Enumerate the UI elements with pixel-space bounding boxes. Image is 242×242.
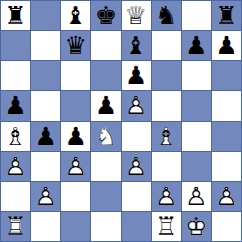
square-a2[interactable] <box>1 182 30 211</box>
piece-black-bishop: ♝ <box>122 31 151 60</box>
piece-white-pawn-fill: ♟ <box>122 91 151 120</box>
square-d7[interactable] <box>91 31 120 60</box>
piece-white-queen-fill: ♛ <box>122 1 151 30</box>
piece-white-pawn: ♙ <box>122 91 151 120</box>
piece-white-pawn-fill: ♟ <box>1 152 30 181</box>
piece-white-pawn: ♙ <box>152 182 181 211</box>
piece-white-pawn: ♙ <box>61 152 90 181</box>
piece-white-queen: ♕ <box>122 1 151 30</box>
square-a3[interactable]: ♟♙ <box>1 152 30 181</box>
square-b8[interactable] <box>31 1 60 30</box>
piece-white-pawn-fill: ♟ <box>212 182 241 211</box>
square-d8[interactable]: ♚ <box>91 1 120 30</box>
piece-black-king: ♚ <box>91 1 120 30</box>
piece-black-pawn: ♟ <box>91 91 120 120</box>
piece-white-rook-fill: ♜ <box>1 212 30 241</box>
piece-black-rook: ♜ <box>1 1 30 30</box>
square-d6[interactable] <box>91 61 120 90</box>
square-b1[interactable] <box>31 212 60 241</box>
square-h6[interactable] <box>212 61 241 90</box>
square-f1[interactable]: ♜♖ <box>152 212 181 241</box>
square-c8[interactable]: ♝ <box>61 1 90 30</box>
piece-black-queen: ♛ <box>61 31 90 60</box>
square-e1[interactable] <box>122 212 151 241</box>
square-b6[interactable] <box>31 61 60 90</box>
piece-white-pawn: ♙ <box>31 182 60 211</box>
square-c2[interactable] <box>61 182 90 211</box>
square-e4[interactable] <box>122 122 151 151</box>
board-container: ♜♝♚♛♕♞♜♛♝♟♟♟♟♟♟♙♝♗♟♟♞♘♝♗♟♙♟♙♟♙♟♙♟♙♟♙♟♙♜♖… <box>0 0 242 242</box>
piece-white-pawn: ♙ <box>212 182 241 211</box>
piece-white-pawn-fill: ♟ <box>31 182 60 211</box>
square-g8[interactable] <box>182 1 211 30</box>
square-h3[interactable] <box>212 152 241 181</box>
square-c7[interactable]: ♛ <box>61 31 90 60</box>
square-c5[interactable] <box>61 91 90 120</box>
piece-black-pawn: ♟ <box>212 31 241 60</box>
square-b5[interactable] <box>31 91 60 120</box>
piece-white-bishop-fill: ♝ <box>152 122 181 151</box>
square-f2[interactable]: ♟♙ <box>152 182 181 211</box>
square-c3[interactable]: ♟♙ <box>61 152 90 181</box>
square-h8[interactable]: ♜ <box>212 1 241 30</box>
piece-white-pawn: ♙ <box>122 152 151 181</box>
square-c4[interactable]: ♟ <box>61 122 90 151</box>
square-a4[interactable]: ♝♗ <box>1 122 30 151</box>
square-a5[interactable]: ♟ <box>1 91 30 120</box>
piece-white-bishop: ♗ <box>1 122 30 151</box>
chess-board: ♜♝♚♛♕♞♜♛♝♟♟♟♟♟♟♙♝♗♟♟♞♘♝♗♟♙♟♙♟♙♟♙♟♙♟♙♟♙♜♖… <box>0 0 242 242</box>
square-g7[interactable]: ♟ <box>182 31 211 60</box>
square-e6[interactable]: ♟ <box>122 61 151 90</box>
piece-white-king-fill: ♚ <box>182 212 211 241</box>
piece-white-pawn-fill: ♟ <box>182 182 211 211</box>
square-e8[interactable]: ♛♕ <box>122 1 151 30</box>
piece-white-pawn-fill: ♟ <box>61 152 90 181</box>
square-a1[interactable]: ♜♖ <box>1 212 30 241</box>
piece-white-rook-fill: ♜ <box>152 212 181 241</box>
square-h2[interactable]: ♟♙ <box>212 182 241 211</box>
square-g3[interactable] <box>182 152 211 181</box>
square-c1[interactable] <box>61 212 90 241</box>
square-a8[interactable]: ♜ <box>1 1 30 30</box>
square-d4[interactable]: ♞♘ <box>91 122 120 151</box>
square-d1[interactable] <box>91 212 120 241</box>
piece-black-pawn: ♟ <box>182 31 211 60</box>
piece-white-pawn-fill: ♟ <box>122 152 151 181</box>
square-a7[interactable] <box>1 31 30 60</box>
piece-black-pawn: ♟ <box>61 122 90 151</box>
piece-white-rook: ♖ <box>1 212 30 241</box>
piece-white-bishop: ♗ <box>152 122 181 151</box>
square-f3[interactable] <box>152 152 181 181</box>
square-b4[interactable]: ♟ <box>31 122 60 151</box>
piece-black-rook: ♜ <box>212 1 241 30</box>
piece-white-knight: ♘ <box>91 122 120 151</box>
piece-white-pawn: ♙ <box>1 152 30 181</box>
piece-white-bishop-fill: ♝ <box>1 122 30 151</box>
square-h7[interactable]: ♟ <box>212 31 241 60</box>
square-c6[interactable] <box>61 61 90 90</box>
square-b3[interactable] <box>31 152 60 181</box>
piece-black-pawn: ♟ <box>31 122 60 151</box>
square-f6[interactable] <box>152 61 181 90</box>
square-e7[interactable]: ♝ <box>122 31 151 60</box>
square-g4[interactable] <box>182 122 211 151</box>
piece-white-knight-fill: ♞ <box>91 122 120 151</box>
square-g5[interactable] <box>182 91 211 120</box>
square-e3[interactable]: ♟♙ <box>122 152 151 181</box>
piece-white-rook: ♖ <box>152 212 181 241</box>
piece-black-knight: ♞ <box>152 1 181 30</box>
square-g2[interactable]: ♟♙ <box>182 182 211 211</box>
piece-black-pawn: ♟ <box>122 61 151 90</box>
square-d3[interactable] <box>91 152 120 181</box>
piece-white-pawn: ♙ <box>182 182 211 211</box>
square-b7[interactable] <box>31 31 60 60</box>
square-f4[interactable]: ♝♗ <box>152 122 181 151</box>
square-f5[interactable] <box>152 91 181 120</box>
square-h1[interactable] <box>212 212 241 241</box>
square-h5[interactable] <box>212 91 241 120</box>
square-g1[interactable]: ♚♔ <box>182 212 211 241</box>
square-f7[interactable] <box>152 31 181 60</box>
square-g6[interactable] <box>182 61 211 90</box>
square-e2[interactable] <box>122 182 151 211</box>
square-b2[interactable]: ♟♙ <box>31 182 60 211</box>
square-e5[interactable]: ♟♙ <box>122 91 151 120</box>
piece-black-pawn: ♟ <box>1 91 30 120</box>
piece-white-king: ♔ <box>182 212 211 241</box>
square-a6[interactable] <box>1 61 30 90</box>
piece-white-pawn-fill: ♟ <box>152 182 181 211</box>
square-f8[interactable]: ♞ <box>152 1 181 30</box>
square-h4[interactable] <box>212 122 241 151</box>
square-d5[interactable]: ♟ <box>91 91 120 120</box>
square-d2[interactable] <box>91 182 120 211</box>
piece-black-bishop: ♝ <box>61 1 90 30</box>
